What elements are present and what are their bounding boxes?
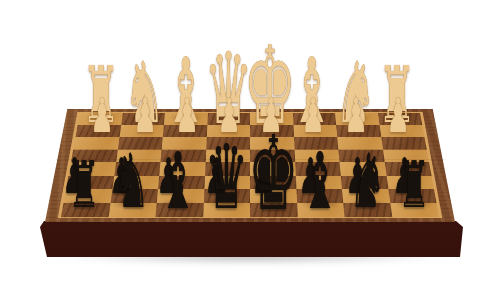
piece-dark-knight: ♞ [346, 144, 387, 219]
piece-dark-bishop: ♝ [157, 142, 200, 220]
piece-dark-queen: ♛ [202, 133, 251, 222]
piece-dark-bishop: ♝ [299, 142, 342, 220]
product-photo-scene: ♜♞♝♛♚♝♞♜♟♟♟♟♟♟♟♟♟♟♟♟♟♟♟♟♜♞♝♛♚♝♞♜ [0, 0, 500, 298]
piece-dark-king: ♚ [245, 122, 302, 225]
piece-light-pawn: ♟ [300, 91, 326, 139]
piece-light-pawn: ♟ [89, 91, 115, 139]
piece-light-pawn: ♟ [132, 91, 158, 139]
piece-light-pawn: ♟ [385, 91, 411, 139]
piece-dark-knight: ♞ [110, 144, 151, 219]
piece-dark-rook: ♜ [396, 153, 431, 217]
piece-dark-rook: ♜ [66, 153, 101, 217]
pieces-layer: ♜♞♝♛♚♝♞♜♟♟♟♟♟♟♟♟♟♟♟♟♟♟♟♟♜♞♝♛♚♝♞♜ [0, 0, 500, 298]
piece-light-pawn: ♟ [174, 91, 200, 139]
piece-light-pawn: ♟ [343, 91, 369, 139]
